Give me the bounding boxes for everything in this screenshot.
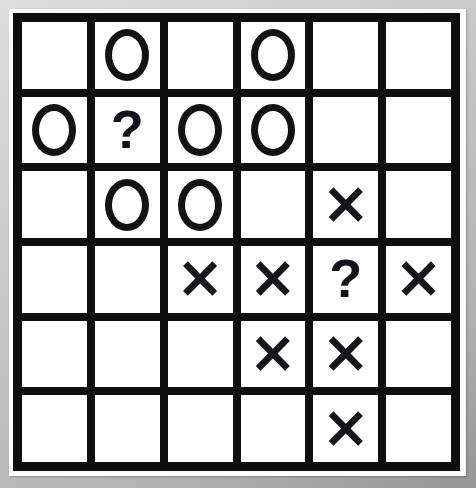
cell-r1c5[interactable] [313, 22, 378, 89]
cell-r2c1[interactable] [22, 97, 87, 164]
cell-r4c5[interactable]: ? [313, 246, 378, 313]
cell-r6c6[interactable] [386, 395, 451, 462]
cross-mark: × [249, 248, 298, 306]
cell-r3c1[interactable] [22, 171, 87, 238]
cell-r2c6[interactable] [386, 97, 451, 164]
cell-r5c5[interactable]: × [313, 321, 378, 388]
cell-r1c4[interactable] [241, 22, 306, 89]
board-grid: ?×××?×××× [13, 13, 460, 471]
cell-r1c1[interactable] [22, 22, 87, 89]
question-mark: ? [111, 102, 144, 156]
nought-mark [251, 104, 295, 156]
nought-mark [105, 179, 149, 231]
cell-r2c4[interactable] [241, 97, 306, 164]
cell-r3c2[interactable] [95, 171, 160, 238]
nought-mark [105, 29, 149, 81]
cell-r5c2[interactable] [95, 321, 160, 388]
cell-r5c1[interactable] [22, 321, 87, 388]
cell-r6c4[interactable] [241, 395, 306, 462]
cell-r2c3[interactable] [168, 97, 233, 164]
cell-r4c3[interactable]: × [168, 246, 233, 313]
nought-mark [251, 29, 295, 81]
nought-mark [178, 104, 222, 156]
cross-mark: × [249, 323, 298, 381]
cell-r1c6[interactable] [386, 22, 451, 89]
cell-r3c6[interactable] [386, 171, 451, 238]
cell-r2c5[interactable] [313, 97, 378, 164]
cross-mark: × [321, 174, 370, 232]
nought-mark [32, 104, 76, 156]
cell-r3c3[interactable] [168, 171, 233, 238]
cell-r1c3[interactable] [168, 22, 233, 89]
cell-r3c4[interactable] [241, 171, 306, 238]
cell-r4c1[interactable] [22, 246, 87, 313]
cross-mark: × [176, 248, 225, 306]
cell-r4c6[interactable]: × [386, 246, 451, 313]
nought-mark [178, 179, 222, 231]
cell-r6c3[interactable] [168, 395, 233, 462]
board-frame: ?×××?×××× [9, 9, 466, 476]
cell-r5c3[interactable] [168, 321, 233, 388]
cross-mark: × [321, 398, 370, 456]
cell-r2c2[interactable]: ? [95, 97, 160, 164]
cell-r6c1[interactable] [22, 395, 87, 462]
cross-mark: × [394, 248, 443, 306]
cell-r5c6[interactable] [386, 321, 451, 388]
cell-r6c2[interactable] [95, 395, 160, 462]
page-background: ?×××?×××× [0, 0, 476, 488]
cell-r5c4[interactable]: × [241, 321, 306, 388]
cell-r1c2[interactable] [95, 22, 160, 89]
cell-r4c4[interactable]: × [241, 246, 306, 313]
question-mark: ? [329, 251, 362, 305]
cell-r4c2[interactable] [95, 246, 160, 313]
cell-r3c5[interactable]: × [313, 171, 378, 238]
cross-mark: × [321, 323, 370, 381]
cell-r6c5[interactable]: × [313, 395, 378, 462]
